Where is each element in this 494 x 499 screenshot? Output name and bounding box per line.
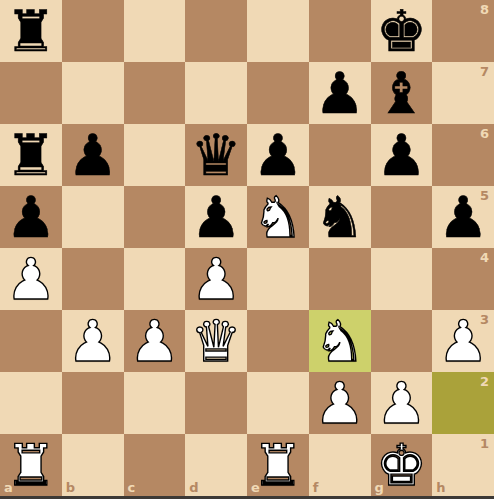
square-h6[interactable]: 6 — [432, 124, 494, 186]
square-g2[interactable]: ♟ — [371, 372, 433, 434]
rank-label-2: 2 — [480, 375, 489, 388]
square-f5[interactable]: ♞ — [309, 186, 371, 248]
square-d7[interactable] — [185, 62, 247, 124]
square-f2[interactable]: ♟ — [309, 372, 371, 434]
black-bishop-piece[interactable]: ♝ — [371, 62, 433, 124]
square-b4[interactable] — [62, 248, 124, 310]
square-d5[interactable]: ♟ — [185, 186, 247, 248]
square-h3[interactable]: ♟3 — [432, 310, 494, 372]
square-e2[interactable] — [247, 372, 309, 434]
rank-label-1: 1 — [480, 437, 489, 450]
square-c8[interactable] — [124, 0, 186, 62]
rank-label-6: 6 — [480, 127, 489, 140]
file-label-d: d — [189, 481, 198, 494]
black-knight-piece[interactable]: ♞ — [309, 186, 371, 248]
square-b5[interactable] — [62, 186, 124, 248]
white-knight-piece[interactable]: ♞ — [309, 310, 371, 372]
black-pawn-piece[interactable]: ♟ — [0, 186, 62, 248]
white-pawn-piece[interactable]: ♟ — [62, 310, 124, 372]
square-e7[interactable] — [247, 62, 309, 124]
black-pawn-piece[interactable]: ♟ — [371, 124, 433, 186]
square-c6[interactable] — [124, 124, 186, 186]
square-d2[interactable] — [185, 372, 247, 434]
square-d8[interactable] — [185, 0, 247, 62]
square-a4[interactable]: ♟ — [0, 248, 62, 310]
rank-label-8: 8 — [480, 3, 489, 16]
square-c2[interactable] — [124, 372, 186, 434]
square-g3[interactable] — [371, 310, 433, 372]
square-a1[interactable]: ♜a — [0, 434, 62, 496]
square-c7[interactable] — [124, 62, 186, 124]
square-f6[interactable] — [309, 124, 371, 186]
square-b3[interactable]: ♟ — [62, 310, 124, 372]
square-e4[interactable] — [247, 248, 309, 310]
white-pawn-piece[interactable]: ♟ — [124, 310, 186, 372]
file-label-f: f — [313, 481, 319, 494]
black-pawn-piece[interactable]: ♟ — [309, 62, 371, 124]
white-pawn-piece[interactable]: ♟ — [0, 248, 62, 310]
square-a8[interactable]: ♜ — [0, 0, 62, 62]
black-king-piece[interactable]: ♚ — [371, 0, 433, 62]
square-f4[interactable] — [309, 248, 371, 310]
square-f8[interactable] — [309, 0, 371, 62]
file-label-b: b — [66, 481, 75, 494]
white-pawn-piece[interactable]: ♟ — [309, 372, 371, 434]
square-b6[interactable]: ♟ — [62, 124, 124, 186]
white-pawn-piece[interactable]: ♟ — [432, 310, 494, 372]
square-e1[interactable]: ♜e — [247, 434, 309, 496]
square-h2[interactable]: 2 — [432, 372, 494, 434]
square-f7[interactable]: ♟ — [309, 62, 371, 124]
rank-label-4: 4 — [480, 251, 489, 264]
white-knight-piece[interactable]: ♞ — [247, 186, 309, 248]
square-f1[interactable]: f — [309, 434, 371, 496]
chess-board-panel: ♜♚8♟♝7♜♟♛♟♟6♟♟♞♞♟5♟♟4♟♟♛♞♟3♟♟2♜abcd♜ef♚g… — [0, 0, 494, 499]
square-a7[interactable] — [0, 62, 62, 124]
square-f3[interactable]: ♞ — [309, 310, 371, 372]
black-pawn-piece[interactable]: ♟ — [247, 124, 309, 186]
square-g7[interactable]: ♝ — [371, 62, 433, 124]
square-b2[interactable] — [62, 372, 124, 434]
white-rook-piece[interactable]: ♜ — [0, 434, 62, 496]
white-rook-piece[interactable]: ♜ — [247, 434, 309, 496]
square-g4[interactable] — [371, 248, 433, 310]
square-h8[interactable]: 8 — [432, 0, 494, 62]
square-a6[interactable]: ♜ — [0, 124, 62, 186]
square-b1[interactable]: b — [62, 434, 124, 496]
black-pawn-piece[interactable]: ♟ — [185, 186, 247, 248]
square-a3[interactable] — [0, 310, 62, 372]
black-pawn-piece[interactable]: ♟ — [62, 124, 124, 186]
square-c4[interactable] — [124, 248, 186, 310]
square-e3[interactable] — [247, 310, 309, 372]
square-d6[interactable]: ♛ — [185, 124, 247, 186]
square-d4[interactable]: ♟ — [185, 248, 247, 310]
square-g6[interactable]: ♟ — [371, 124, 433, 186]
square-g8[interactable]: ♚ — [371, 0, 433, 62]
square-d1[interactable]: d — [185, 434, 247, 496]
chess-board: ♜♚8♟♝7♜♟♛♟♟6♟♟♞♞♟5♟♟4♟♟♛♞♟3♟♟2♜abcd♜ef♚g… — [0, 0, 494, 496]
black-pawn-piece[interactable]: ♟ — [432, 186, 494, 248]
file-label-h: h — [436, 481, 445, 494]
black-rook-piece[interactable]: ♜ — [0, 124, 62, 186]
file-label-c: c — [128, 481, 136, 494]
square-h1[interactable]: 1h — [432, 434, 494, 496]
square-e5[interactable]: ♞ — [247, 186, 309, 248]
white-queen-piece[interactable]: ♛ — [185, 310, 247, 372]
square-g1[interactable]: ♚g — [371, 434, 433, 496]
black-rook-piece[interactable]: ♜ — [0, 0, 62, 62]
square-g5[interactable] — [371, 186, 433, 248]
square-e6[interactable]: ♟ — [247, 124, 309, 186]
square-c3[interactable]: ♟ — [124, 310, 186, 372]
square-h7[interactable]: 7 — [432, 62, 494, 124]
square-b7[interactable] — [62, 62, 124, 124]
square-e8[interactable] — [247, 0, 309, 62]
square-h5[interactable]: ♟5 — [432, 186, 494, 248]
square-d3[interactable]: ♛ — [185, 310, 247, 372]
square-a2[interactable] — [0, 372, 62, 434]
square-c5[interactable] — [124, 186, 186, 248]
square-a5[interactable]: ♟ — [0, 186, 62, 248]
white-king-piece[interactable]: ♚ — [371, 434, 433, 496]
white-pawn-piece[interactable]: ♟ — [185, 248, 247, 310]
square-h4[interactable]: 4 — [432, 248, 494, 310]
black-queen-piece[interactable]: ♛ — [185, 124, 247, 186]
square-c1[interactable]: c — [124, 434, 186, 496]
square-b8[interactable] — [62, 0, 124, 62]
rank-label-7: 7 — [480, 65, 489, 78]
white-pawn-piece[interactable]: ♟ — [371, 372, 433, 434]
